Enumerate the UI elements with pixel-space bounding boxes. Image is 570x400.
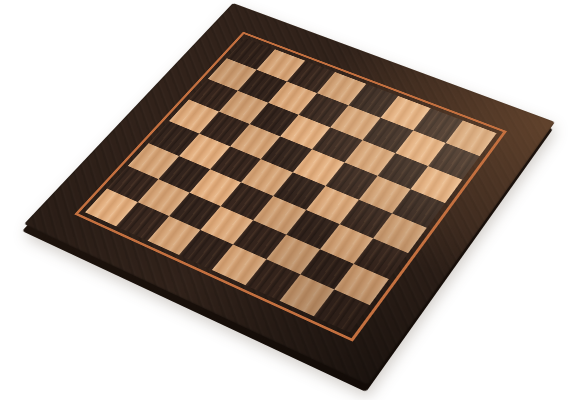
- board-top-face: [24, 3, 555, 385]
- chessboard: [0, 0, 570, 400]
- photo-canvas: [0, 0, 570, 400]
